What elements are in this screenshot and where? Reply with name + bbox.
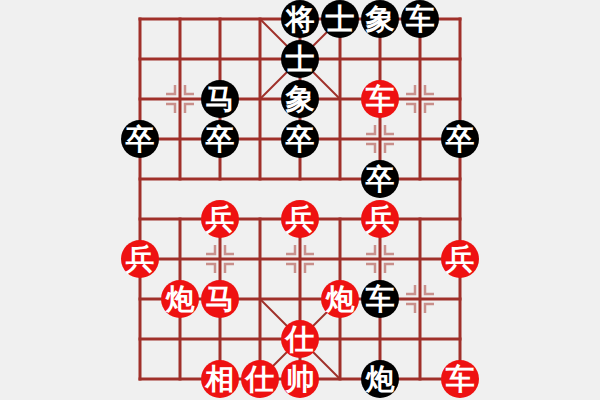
point-c0r9[interactable] <box>120 359 160 399</box>
point-c0r8[interactable] <box>120 319 160 359</box>
point-c5r2[interactable] <box>320 79 360 119</box>
point-c1r9[interactable] <box>160 359 200 399</box>
point-c5r9[interactable] <box>320 359 360 399</box>
point-c4r4[interactable] <box>280 159 320 199</box>
point-c3r3[interactable] <box>240 119 280 159</box>
point-c4r6[interactable] <box>280 239 320 279</box>
point-c1r6[interactable] <box>160 239 200 279</box>
point-c8r0[interactable] <box>440 0 480 39</box>
point-c8r7[interactable] <box>440 279 480 319</box>
piece-black-soldier[interactable]: 卒 <box>361 160 399 198</box>
point-c2r4[interactable] <box>200 159 240 199</box>
point-c7r9[interactable] <box>400 359 440 399</box>
piece-red-soldier[interactable]: 兵 <box>441 240 479 278</box>
point-c0r4[interactable] <box>120 159 160 199</box>
piece-red-horse[interactable]: 马 <box>201 280 239 318</box>
piece-red-elephant[interactable]: 相 <box>201 360 239 398</box>
point-c2r8[interactable] <box>200 319 240 359</box>
piece-red-general[interactable]: 帅 <box>281 360 319 398</box>
piece-black-advisor[interactable]: 士 <box>281 40 319 78</box>
point-c3r6[interactable] <box>240 239 280 279</box>
piece-black-general[interactable]: 将 <box>281 0 319 38</box>
point-c2r0[interactable] <box>200 0 240 39</box>
point-c5r5[interactable] <box>320 199 360 239</box>
point-c2r6[interactable] <box>200 239 240 279</box>
piece-black-chariot[interactable]: 车 <box>361 280 399 318</box>
piece-black-elephant[interactable]: 象 <box>281 80 319 118</box>
point-c1r2[interactable] <box>160 79 200 119</box>
point-c5r1[interactable] <box>320 39 360 79</box>
piece-red-chariot[interactable]: 车 <box>361 80 399 118</box>
piece-red-chariot[interactable]: 车 <box>441 360 479 398</box>
point-c6r3[interactable] <box>360 119 400 159</box>
point-c7r1[interactable] <box>400 39 440 79</box>
piece-red-soldier[interactable]: 兵 <box>281 200 319 238</box>
piece-black-chariot[interactable]: 车 <box>401 0 439 38</box>
point-c7r8[interactable] <box>400 319 440 359</box>
point-c8r1[interactable] <box>440 39 480 79</box>
point-c1r1[interactable] <box>160 39 200 79</box>
point-c0r5[interactable] <box>120 199 160 239</box>
point-c5r4[interactable] <box>320 159 360 199</box>
piece-red-cannon[interactable]: 炮 <box>161 280 199 318</box>
point-c3r1[interactable] <box>240 39 280 79</box>
point-c8r4[interactable] <box>440 159 480 199</box>
point-c1r3[interactable] <box>160 119 200 159</box>
point-c7r3[interactable] <box>400 119 440 159</box>
pieces-layer: 将士象车士马象卒卒卒卒卒车炮车兵兵兵兵兵炮马炮仕相仕帅车 <box>120 0 480 399</box>
piece-black-soldier[interactable]: 卒 <box>281 120 319 158</box>
xiangqi-board: 将士象车士马象卒卒卒卒卒车炮车兵兵兵兵兵炮马炮仕相仕帅车 <box>0 0 600 400</box>
piece-red-soldier[interactable]: 兵 <box>121 240 159 278</box>
point-c8r2[interactable] <box>440 79 480 119</box>
point-c3r4[interactable] <box>240 159 280 199</box>
point-c3r0[interactable] <box>240 0 280 39</box>
piece-black-advisor[interactable]: 士 <box>321 0 359 38</box>
point-c1r4[interactable] <box>160 159 200 199</box>
point-c0r7[interactable] <box>120 279 160 319</box>
point-c5r6[interactable] <box>320 239 360 279</box>
point-c0r1[interactable] <box>120 39 160 79</box>
point-c6r1[interactable] <box>360 39 400 79</box>
piece-black-soldier[interactable]: 卒 <box>201 120 239 158</box>
piece-black-elephant[interactable]: 象 <box>361 0 399 38</box>
point-c1r8[interactable] <box>160 319 200 359</box>
point-c0r0[interactable] <box>120 0 160 39</box>
point-c1r0[interactable] <box>160 0 200 39</box>
point-c3r2[interactable] <box>240 79 280 119</box>
piece-black-horse[interactable]: 马 <box>201 80 239 118</box>
point-c7r6[interactable] <box>400 239 440 279</box>
point-c5r3[interactable] <box>320 119 360 159</box>
point-c7r5[interactable] <box>400 199 440 239</box>
piece-black-soldier[interactable]: 卒 <box>441 120 479 158</box>
point-c6r8[interactable] <box>360 319 400 359</box>
point-c3r7[interactable] <box>240 279 280 319</box>
point-c1r5[interactable] <box>160 199 200 239</box>
piece-red-cannon[interactable]: 炮 <box>321 280 359 318</box>
point-c0r2[interactable] <box>120 79 160 119</box>
point-c3r8[interactable] <box>240 319 280 359</box>
point-c2r1[interactable] <box>200 39 240 79</box>
piece-black-soldier[interactable]: 卒 <box>121 120 159 158</box>
point-c7r2[interactable] <box>400 79 440 119</box>
point-c3r5[interactable] <box>240 199 280 239</box>
piece-red-soldier[interactable]: 兵 <box>361 200 399 238</box>
piece-red-advisor[interactable]: 仕 <box>281 320 319 358</box>
point-c4r7[interactable] <box>280 279 320 319</box>
piece-red-advisor[interactable]: 仕 <box>241 360 279 398</box>
piece-red-soldier[interactable]: 兵 <box>201 200 239 238</box>
point-c7r7[interactable] <box>400 279 440 319</box>
point-c5r8[interactable] <box>320 319 360 359</box>
point-c8r5[interactable] <box>440 199 480 239</box>
piece-black-cannon[interactable]: 炮 <box>361 360 399 398</box>
point-c8r8[interactable] <box>440 319 480 359</box>
point-c6r6[interactable] <box>360 239 400 279</box>
point-c7r4[interactable] <box>400 159 440 199</box>
